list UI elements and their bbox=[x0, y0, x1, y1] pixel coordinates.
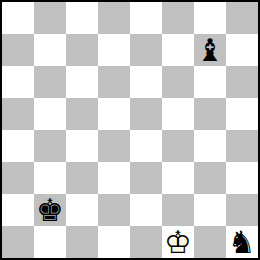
square-f7[interactable] bbox=[162, 34, 194, 66]
square-h6[interactable] bbox=[226, 66, 258, 98]
square-b7[interactable] bbox=[34, 34, 66, 66]
square-b4[interactable] bbox=[34, 130, 66, 162]
square-h8[interactable] bbox=[226, 2, 258, 34]
square-a8[interactable] bbox=[2, 2, 34, 34]
square-f2[interactable] bbox=[162, 194, 194, 226]
square-d5[interactable] bbox=[98, 98, 130, 130]
square-g8[interactable] bbox=[194, 2, 226, 34]
square-c2[interactable] bbox=[66, 194, 98, 226]
square-h2[interactable] bbox=[226, 194, 258, 226]
square-c8[interactable] bbox=[66, 2, 98, 34]
square-g2[interactable] bbox=[194, 194, 226, 226]
square-d6[interactable] bbox=[98, 66, 130, 98]
square-c3[interactable] bbox=[66, 162, 98, 194]
square-a7[interactable] bbox=[2, 34, 34, 66]
square-h1[interactable]: ♞ bbox=[226, 226, 258, 258]
square-h5[interactable] bbox=[226, 98, 258, 130]
chess-board-frame: ♝♚♚♔♞ bbox=[0, 0, 260, 260]
square-h7[interactable] bbox=[226, 34, 258, 66]
chess-board: ♝♚♚♔♞ bbox=[2, 2, 258, 258]
square-e5[interactable] bbox=[130, 98, 162, 130]
square-d3[interactable] bbox=[98, 162, 130, 194]
square-c1[interactable] bbox=[66, 226, 98, 258]
white-king: ♚♔ bbox=[162, 226, 194, 258]
square-c4[interactable] bbox=[66, 130, 98, 162]
square-d2[interactable] bbox=[98, 194, 130, 226]
square-b8[interactable] bbox=[34, 2, 66, 34]
square-f5[interactable] bbox=[162, 98, 194, 130]
square-f1[interactable]: ♚♔ bbox=[162, 226, 194, 258]
square-h4[interactable] bbox=[226, 130, 258, 162]
square-g1[interactable] bbox=[194, 226, 226, 258]
square-g5[interactable] bbox=[194, 98, 226, 130]
square-e2[interactable] bbox=[130, 194, 162, 226]
square-b5[interactable] bbox=[34, 98, 66, 130]
square-a3[interactable] bbox=[2, 162, 34, 194]
white-king-outline: ♔ bbox=[162, 226, 194, 258]
square-d8[interactable] bbox=[98, 2, 130, 34]
square-b2[interactable]: ♚ bbox=[34, 194, 66, 226]
square-e1[interactable] bbox=[130, 226, 162, 258]
square-f8[interactable] bbox=[162, 2, 194, 34]
square-a6[interactable] bbox=[2, 66, 34, 98]
square-h3[interactable] bbox=[226, 162, 258, 194]
square-a5[interactable] bbox=[2, 98, 34, 130]
square-f3[interactable] bbox=[162, 162, 194, 194]
square-d1[interactable] bbox=[98, 226, 130, 258]
black-knight: ♞ bbox=[226, 226, 258, 258]
square-a4[interactable] bbox=[2, 130, 34, 162]
square-f6[interactable] bbox=[162, 66, 194, 98]
square-c7[interactable] bbox=[66, 34, 98, 66]
square-b6[interactable] bbox=[34, 66, 66, 98]
square-d7[interactable] bbox=[98, 34, 130, 66]
black-king: ♚ bbox=[34, 194, 66, 226]
square-c6[interactable] bbox=[66, 66, 98, 98]
square-c5[interactable] bbox=[66, 98, 98, 130]
square-e6[interactable] bbox=[130, 66, 162, 98]
square-b1[interactable] bbox=[34, 226, 66, 258]
square-e3[interactable] bbox=[130, 162, 162, 194]
square-e7[interactable] bbox=[130, 34, 162, 66]
square-f4[interactable] bbox=[162, 130, 194, 162]
square-e8[interactable] bbox=[130, 2, 162, 34]
black-bishop: ♝ bbox=[194, 34, 226, 66]
square-g3[interactable] bbox=[194, 162, 226, 194]
square-g6[interactable] bbox=[194, 66, 226, 98]
square-b3[interactable] bbox=[34, 162, 66, 194]
square-e4[interactable] bbox=[130, 130, 162, 162]
square-a1[interactable] bbox=[2, 226, 34, 258]
square-g7[interactable]: ♝ bbox=[194, 34, 226, 66]
square-a2[interactable] bbox=[2, 194, 34, 226]
square-d4[interactable] bbox=[98, 130, 130, 162]
square-g4[interactable] bbox=[194, 130, 226, 162]
